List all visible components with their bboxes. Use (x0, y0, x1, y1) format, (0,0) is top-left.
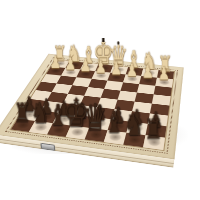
light-pawn-piece: ♟ (126, 61, 138, 79)
light-pawn-piece: ♟ (79, 57, 91, 74)
light-pawn-piece: ♟ (157, 65, 169, 83)
product-photo: ♜♞♝♚♛♝♞♜♟♟♟♟♟♟♟♟♟♟♟♟♟♟♟♟♜♞♝♚♛♝♞♜ (0, 0, 200, 200)
light-pawn-piece: ♟ (141, 63, 153, 81)
board-square: ♟ (155, 78, 173, 88)
light-pawn-piece: ♟ (49, 54, 60, 71)
chess-board: ♜♞♝♚♛♝♞♜♟♟♟♟♟♟♟♟♟♟♟♟♟♟♟♟♜♞♝♚♛♝♞♜ (0, 54, 184, 160)
dark-rook-piece: ♜ (144, 115, 162, 142)
board-grid: ♜♞♝♚♛♝♞♜♟♟♟♟♟♟♟♟♟♟♟♟♟♟♟♟♜♞♝♚♛♝♞♜ (9, 59, 175, 151)
board-square (137, 84, 155, 94)
dark-knight-piece: ♞ (123, 110, 143, 140)
light-pawn-piece: ♟ (64, 55, 76, 72)
light-pawn-piece: ♟ (110, 60, 122, 78)
dark-queen-piece: ♛ (83, 99, 107, 135)
dark-bishop-piece: ♝ (104, 108, 124, 138)
dark-rook-piece: ♜ (13, 99, 30, 125)
board-square: ♜ (143, 135, 165, 150)
board-square: ♞ (123, 133, 145, 148)
dark-knight-piece: ♞ (30, 99, 49, 128)
light-pawn-piece: ♟ (95, 58, 107, 75)
